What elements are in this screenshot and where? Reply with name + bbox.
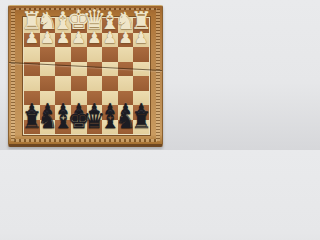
square-g6[interactable]	[40, 91, 56, 106]
square-e7[interactable]: ♟	[71, 105, 87, 120]
square-h5[interactable]	[24, 76, 40, 91]
white-pawn-icon: ♟	[87, 30, 101, 46]
square-e4[interactable]	[71, 62, 87, 77]
square-c1[interactable]: ♝	[102, 18, 118, 33]
square-c8[interactable]: ♝	[102, 120, 118, 135]
carved-edge-top-icon	[14, 8, 157, 10]
square-a2[interactable]: ♟	[133, 33, 149, 48]
white-pawn-icon: ♟	[134, 30, 148, 46]
carved-edge-right-icon	[156, 9, 160, 141]
square-h1[interactable]: ♜	[24, 18, 40, 33]
square-b7[interactable]: ♟	[118, 105, 134, 120]
square-e6[interactable]	[71, 91, 87, 106]
square-e1[interactable]: ♚	[71, 18, 87, 33]
square-c6[interactable]	[102, 91, 118, 106]
square-a1[interactable]: ♜	[133, 18, 149, 33]
square-a8[interactable]: ♜	[133, 120, 149, 135]
square-c3[interactable]	[102, 47, 118, 62]
square-f5[interactable]	[55, 76, 71, 91]
square-h3[interactable]	[24, 47, 40, 62]
white-pawn-icon: ♟	[25, 30, 39, 46]
square-g3[interactable]	[40, 47, 56, 62]
square-a3[interactable]	[133, 47, 149, 62]
square-b2[interactable]: ♟	[118, 33, 134, 48]
square-d6[interactable]	[87, 91, 103, 106]
chess-set-photo: ♜♞♝♚♛♝♞♜♟♟♟♟♟♟♟♟♟♟♟♟♟♟♟♟♜♞♝♚♛♝♞♜	[0, 0, 168, 150]
square-g1[interactable]: ♞	[40, 18, 56, 33]
square-d8[interactable]: ♛	[87, 120, 103, 135]
square-h6[interactable]	[24, 91, 40, 106]
square-b1[interactable]: ♞	[118, 18, 134, 33]
white-pawn-icon: ♟	[72, 30, 86, 46]
square-a5[interactable]	[133, 76, 149, 91]
white-pawn-icon: ♟	[56, 30, 70, 46]
square-b3[interactable]	[118, 47, 134, 62]
square-e2[interactable]: ♟	[71, 33, 87, 48]
white-rook-icon: ♜	[130, 9, 152, 33]
square-d5[interactable]	[87, 76, 103, 91]
square-e8[interactable]: ♚	[71, 120, 87, 135]
square-d4[interactable]	[87, 62, 103, 77]
square-f3[interactable]	[55, 47, 71, 62]
square-g7[interactable]: ♟	[40, 105, 56, 120]
square-a6[interactable]	[133, 91, 149, 106]
white-pawn-icon: ♟	[40, 30, 54, 46]
square-e5[interactable]	[71, 76, 87, 91]
carved-edge-bottom-icon	[14, 139, 157, 142]
square-d2[interactable]: ♟	[87, 33, 103, 48]
square-f1[interactable]: ♝	[55, 18, 71, 33]
square-d1[interactable]: ♛	[87, 18, 103, 33]
chess-board: ♜♞♝♚♛♝♞♜♟♟♟♟♟♟♟♟♟♟♟♟♟♟♟♟♜♞♝♚♛♝♞♜	[8, 5, 163, 147]
white-pawn-icon: ♟	[103, 30, 117, 46]
square-d7[interactable]: ♟	[87, 105, 103, 120]
square-c5[interactable]	[102, 76, 118, 91]
square-f6[interactable]	[55, 91, 71, 106]
square-c7[interactable]: ♟	[102, 105, 118, 120]
square-f2[interactable]: ♟	[55, 33, 71, 48]
square-e3[interactable]	[71, 47, 87, 62]
white-pawn-icon: ♟	[118, 30, 132, 46]
square-f7[interactable]: ♟	[55, 105, 71, 120]
carved-edge-left-icon	[11, 9, 15, 141]
square-g2[interactable]: ♟	[40, 33, 56, 48]
square-b8[interactable]: ♞	[118, 120, 134, 135]
square-a7[interactable]: ♟	[133, 105, 149, 120]
square-h8[interactable]: ♜	[24, 120, 40, 135]
square-b5[interactable]	[118, 76, 134, 91]
square-h7[interactable]: ♟	[24, 105, 40, 120]
square-g5[interactable]	[40, 76, 56, 91]
square-g8[interactable]: ♞	[40, 120, 56, 135]
square-f8[interactable]: ♝	[55, 120, 71, 135]
chess-board-grid: ♜♞♝♚♛♝♞♜♟♟♟♟♟♟♟♟♟♟♟♟♟♟♟♟♜♞♝♚♛♝♞♜	[23, 17, 150, 135]
square-h2[interactable]: ♟	[24, 33, 40, 48]
square-c2[interactable]: ♟	[102, 33, 118, 48]
square-b6[interactable]	[118, 91, 134, 106]
square-d3[interactable]	[87, 47, 103, 62]
